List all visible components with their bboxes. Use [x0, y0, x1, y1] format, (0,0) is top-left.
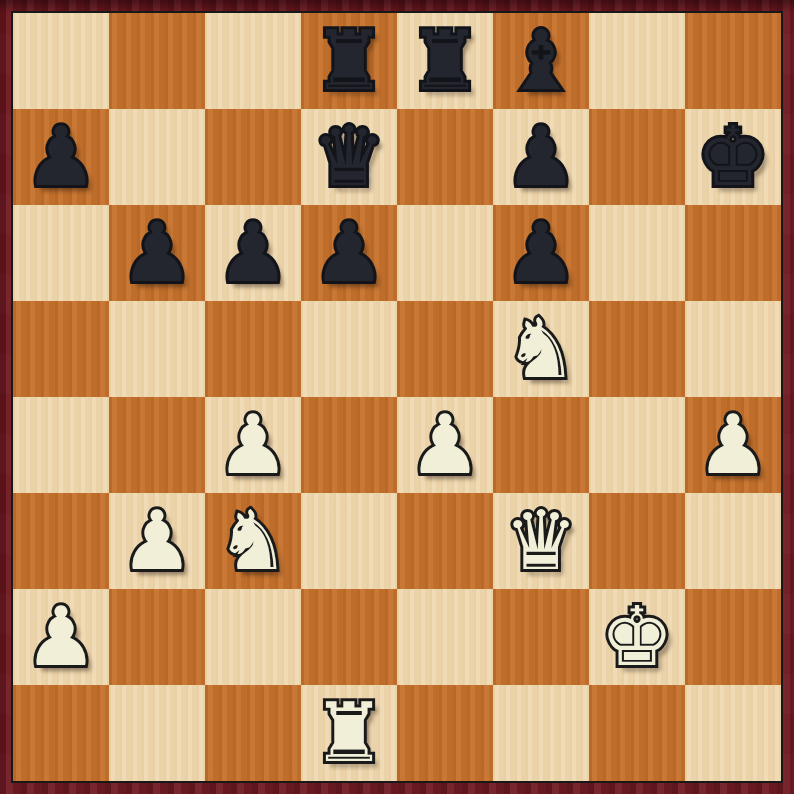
white-pawn[interactable]: ♟ [685, 397, 781, 493]
black-rook[interactable]: ♜ [301, 13, 397, 109]
square-e2[interactable] [397, 589, 493, 685]
square-g2[interactable]: ♚ [589, 589, 685, 685]
square-b6[interactable]: ♟ [109, 205, 205, 301]
square-e5[interactable] [397, 301, 493, 397]
square-d2[interactable] [301, 589, 397, 685]
white-queen[interactable]: ♛ [493, 493, 589, 589]
square-h3[interactable] [685, 493, 781, 589]
square-c4[interactable]: ♟ [205, 397, 301, 493]
square-e1[interactable] [397, 685, 493, 781]
square-c7[interactable] [205, 109, 301, 205]
square-g6[interactable] [589, 205, 685, 301]
square-c5[interactable] [205, 301, 301, 397]
square-b7[interactable] [109, 109, 205, 205]
square-a3[interactable] [13, 493, 109, 589]
square-f7[interactable]: ♟ [493, 109, 589, 205]
square-d8[interactable]: ♜ [301, 13, 397, 109]
black-pawn[interactable]: ♟ [205, 205, 301, 301]
square-g8[interactable] [589, 13, 685, 109]
square-b5[interactable] [109, 301, 205, 397]
square-h7[interactable]: ♚ [685, 109, 781, 205]
white-pawn[interactable]: ♟ [13, 589, 109, 685]
square-h1[interactable] [685, 685, 781, 781]
square-c6[interactable]: ♟ [205, 205, 301, 301]
square-g1[interactable] [589, 685, 685, 781]
square-e3[interactable] [397, 493, 493, 589]
square-a5[interactable] [13, 301, 109, 397]
square-d7[interactable]: ♛ [301, 109, 397, 205]
square-b4[interactable] [109, 397, 205, 493]
square-f3[interactable]: ♛ [493, 493, 589, 589]
black-pawn[interactable]: ♟ [493, 109, 589, 205]
square-f1[interactable] [493, 685, 589, 781]
chess-board: ♜♜♝♟♛♟♚♟♟♟♟♞♟♟♟♟♞♛♟♚♜ [11, 11, 783, 783]
black-pawn[interactable]: ♟ [109, 205, 205, 301]
square-h4[interactable]: ♟ [685, 397, 781, 493]
square-e6[interactable] [397, 205, 493, 301]
square-d1[interactable]: ♜ [301, 685, 397, 781]
white-pawn[interactable]: ♟ [397, 397, 493, 493]
square-d3[interactable] [301, 493, 397, 589]
square-g4[interactable] [589, 397, 685, 493]
square-c3[interactable]: ♞ [205, 493, 301, 589]
square-d5[interactable] [301, 301, 397, 397]
black-pawn[interactable]: ♟ [493, 205, 589, 301]
square-c1[interactable] [205, 685, 301, 781]
square-h5[interactable] [685, 301, 781, 397]
black-queen[interactable]: ♛ [301, 109, 397, 205]
square-g7[interactable] [589, 109, 685, 205]
square-b2[interactable] [109, 589, 205, 685]
square-b3[interactable]: ♟ [109, 493, 205, 589]
square-h8[interactable] [685, 13, 781, 109]
square-h2[interactable] [685, 589, 781, 685]
square-f6[interactable]: ♟ [493, 205, 589, 301]
square-h6[interactable] [685, 205, 781, 301]
square-e8[interactable]: ♜ [397, 13, 493, 109]
square-a6[interactable] [13, 205, 109, 301]
square-a7[interactable]: ♟ [13, 109, 109, 205]
square-g5[interactable] [589, 301, 685, 397]
square-c2[interactable] [205, 589, 301, 685]
square-g3[interactable] [589, 493, 685, 589]
white-pawn[interactable]: ♟ [109, 493, 205, 589]
black-king[interactable]: ♚ [685, 109, 781, 205]
white-pawn[interactable]: ♟ [205, 397, 301, 493]
white-king[interactable]: ♚ [589, 589, 685, 685]
square-d4[interactable] [301, 397, 397, 493]
square-b8[interactable] [109, 13, 205, 109]
black-pawn[interactable]: ♟ [301, 205, 397, 301]
square-a1[interactable] [13, 685, 109, 781]
square-c8[interactable] [205, 13, 301, 109]
black-pawn[interactable]: ♟ [13, 109, 109, 205]
black-rook[interactable]: ♜ [397, 13, 493, 109]
square-f8[interactable]: ♝ [493, 13, 589, 109]
white-rook[interactable]: ♜ [301, 685, 397, 781]
square-f2[interactable] [493, 589, 589, 685]
square-e7[interactable] [397, 109, 493, 205]
white-knight[interactable]: ♞ [205, 493, 301, 589]
square-f5[interactable]: ♞ [493, 301, 589, 397]
black-bishop[interactable]: ♝ [493, 13, 589, 109]
square-b1[interactable] [109, 685, 205, 781]
square-a2[interactable]: ♟ [13, 589, 109, 685]
square-d6[interactable]: ♟ [301, 205, 397, 301]
square-a4[interactable] [13, 397, 109, 493]
square-e4[interactable]: ♟ [397, 397, 493, 493]
board-frame: ♜♜♝♟♛♟♚♟♟♟♟♞♟♟♟♟♞♛♟♚♜ [0, 0, 794, 794]
square-a8[interactable] [13, 13, 109, 109]
white-knight[interactable]: ♞ [493, 301, 589, 397]
square-f4[interactable] [493, 397, 589, 493]
